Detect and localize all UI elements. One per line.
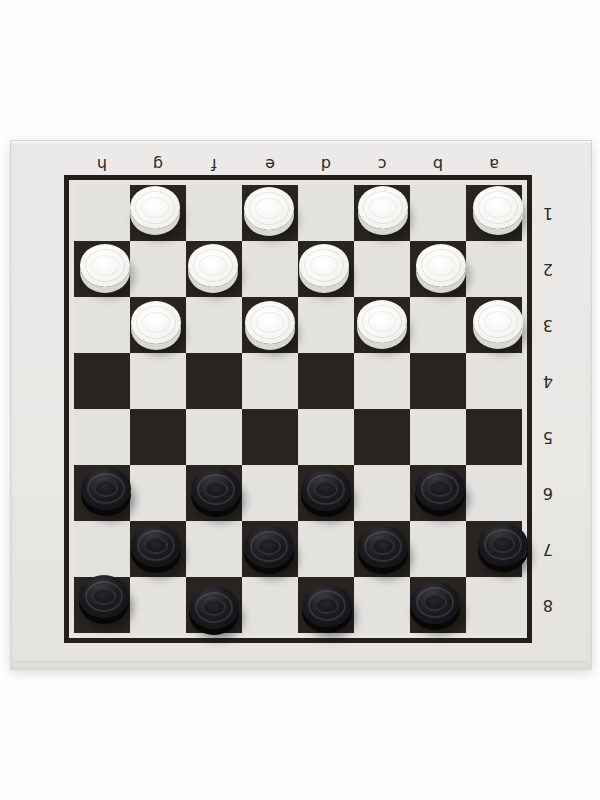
square-c6[interactable]	[354, 465, 410, 521]
square-a8[interactable]	[466, 577, 522, 633]
piece-ring-inner	[371, 538, 395, 555]
piece-white-a1[interactable]	[473, 186, 523, 229]
piece-white-c1[interactable]	[358, 186, 408, 229]
rank-label-6: 6	[537, 465, 559, 521]
piece-ring-inner	[94, 480, 118, 497]
piece-ring-inner	[310, 255, 338, 276]
square-g8[interactable]	[130, 577, 186, 633]
square-c4[interactable]	[354, 353, 410, 409]
game-board-paper: hgfedcba 12345678	[10, 140, 592, 670]
square-b1[interactable]	[410, 185, 466, 241]
piece-white-a3[interactable]	[473, 300, 523, 343]
piece-white-d2[interactable]	[299, 244, 349, 287]
rank-label-3: 3	[537, 297, 559, 353]
piece-white-e3[interactable]	[245, 301, 295, 344]
piece-white-e1[interactable]	[244, 187, 294, 230]
square-e6[interactable]	[242, 465, 298, 521]
file-label-h: h	[74, 153, 130, 175]
square-d5[interactable]	[298, 409, 354, 465]
square-d3[interactable]	[298, 297, 354, 353]
square-h3[interactable]	[74, 297, 130, 353]
square-b3[interactable]	[410, 297, 466, 353]
square-a2[interactable]	[466, 241, 522, 297]
piece-black-d6[interactable]	[301, 468, 351, 511]
piece-ring-inner	[141, 197, 169, 218]
square-f5[interactable]	[186, 409, 242, 465]
file-label-b: b	[410, 153, 466, 175]
square-g4[interactable]	[130, 353, 186, 409]
piece-ring-inner	[315, 597, 339, 614]
piece-ring-inner	[368, 311, 396, 332]
square-g5[interactable]	[130, 409, 186, 465]
file-label-d: d	[298, 153, 354, 175]
file-label-c: c	[354, 153, 410, 175]
square-a5[interactable]	[466, 409, 522, 465]
file-label-a: a	[466, 153, 522, 175]
square-b4[interactable]	[410, 353, 466, 409]
checkers-board	[74, 185, 522, 633]
square-h7[interactable]	[74, 521, 130, 577]
piece-ring-inner	[199, 255, 227, 276]
piece-black-f6[interactable]	[191, 468, 241, 511]
square-g6[interactable]	[130, 465, 186, 521]
file-label-f: f	[186, 153, 242, 175]
piece-white-g1[interactable]	[130, 186, 180, 229]
square-d4[interactable]	[298, 353, 354, 409]
piece-ring-inner	[144, 537, 168, 554]
piece-black-d8[interactable]	[302, 584, 352, 627]
piece-black-b6[interactable]	[415, 467, 465, 510]
square-c5[interactable]	[354, 409, 410, 465]
piece-ring-inner	[484, 311, 512, 332]
square-e5[interactable]	[242, 409, 298, 465]
rank-label-1: 1	[537, 185, 559, 241]
square-f1[interactable]	[186, 185, 242, 241]
piece-ring-inner	[92, 588, 116, 605]
square-f3[interactable]	[186, 297, 242, 353]
square-e2[interactable]	[242, 241, 298, 297]
square-e4[interactable]	[242, 353, 298, 409]
piece-white-f2[interactable]	[188, 244, 238, 287]
piece-white-b2[interactable]	[416, 244, 466, 287]
square-a4[interactable]	[466, 353, 522, 409]
piece-black-h8[interactable]	[79, 575, 129, 618]
rank-labels: 12345678	[537, 185, 559, 633]
piece-black-f8[interactable]	[189, 586, 239, 629]
square-h1[interactable]	[74, 185, 130, 241]
square-d7[interactable]	[298, 521, 354, 577]
square-b5[interactable]	[410, 409, 466, 465]
board-frame	[64, 175, 532, 643]
square-b7[interactable]	[410, 521, 466, 577]
rank-label-4: 4	[537, 353, 559, 409]
piece-ring-inner	[314, 481, 338, 498]
photo-background: hgfedcba 12345678	[0, 0, 600, 800]
piece-black-g7[interactable]	[131, 524, 181, 567]
piece-black-h6[interactable]	[81, 467, 131, 510]
square-g2[interactable]	[130, 241, 186, 297]
piece-black-e7[interactable]	[244, 525, 294, 568]
piece-ring-inner	[423, 594, 447, 611]
piece-white-c3[interactable]	[357, 300, 407, 343]
piece-ring-inner	[255, 198, 283, 219]
square-h4[interactable]	[74, 353, 130, 409]
piece-ring-inner	[491, 536, 515, 553]
piece-black-b8[interactable]	[410, 581, 460, 624]
square-f7[interactable]	[186, 521, 242, 577]
file-labels: hgfedcba	[74, 153, 522, 175]
piece-white-g3[interactable]	[131, 301, 181, 344]
file-label-e: e	[242, 153, 298, 175]
piece-ring-inner	[204, 481, 228, 498]
square-e8[interactable]	[242, 577, 298, 633]
piece-ring-inner	[427, 255, 455, 276]
piece-ring-inner	[257, 538, 281, 555]
square-d1[interactable]	[298, 185, 354, 241]
square-a6[interactable]	[466, 465, 522, 521]
file-label-g: g	[130, 153, 186, 175]
rank-label-7: 7	[537, 521, 559, 577]
square-f4[interactable]	[186, 353, 242, 409]
piece-ring-inner	[369, 197, 397, 218]
piece-black-a7[interactable]	[478, 523, 528, 566]
piece-white-h2[interactable]	[80, 244, 130, 287]
square-h5[interactable]	[74, 409, 130, 465]
rank-label-2: 2	[537, 241, 559, 297]
square-c8[interactable]	[354, 577, 410, 633]
piece-ring-inner	[91, 255, 119, 276]
piece-black-c7[interactable]	[358, 525, 408, 568]
piece-ring-inner	[256, 312, 284, 333]
piece-ring-inner	[428, 480, 452, 497]
piece-ring-inner	[484, 197, 512, 218]
piece-ring-inner	[202, 599, 226, 616]
rank-label-8: 8	[537, 577, 559, 633]
piece-ring-inner	[142, 312, 170, 333]
rank-label-5: 5	[537, 409, 559, 465]
square-c2[interactable]	[354, 241, 410, 297]
